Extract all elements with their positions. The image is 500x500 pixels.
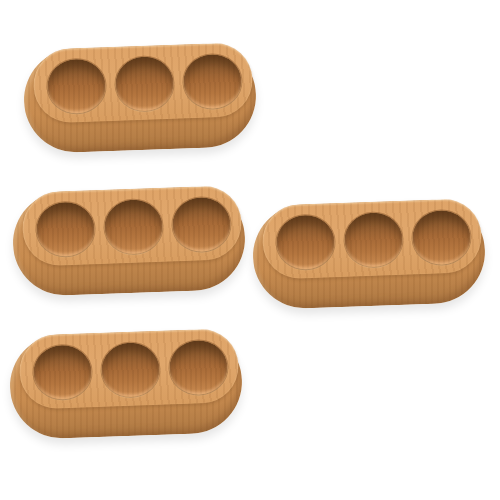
pit-1-1 xyxy=(47,58,107,114)
board-3 xyxy=(251,198,486,310)
board-top-face xyxy=(18,328,239,410)
pit-2-1 xyxy=(36,201,96,257)
pit-3-1 xyxy=(276,214,336,270)
product-photo-scene xyxy=(0,0,500,500)
pit-1-3 xyxy=(183,53,243,109)
pit-row-3 xyxy=(276,209,472,270)
pit-4-1 xyxy=(33,344,93,400)
pit-row-4 xyxy=(33,339,229,400)
board-1 xyxy=(22,42,257,154)
pit-3-3 xyxy=(412,209,472,265)
pit-4-2 xyxy=(101,342,161,398)
pit-3-2 xyxy=(344,212,404,268)
board-4 xyxy=(8,328,243,440)
pit-row-1 xyxy=(47,53,243,114)
pit-1-2 xyxy=(115,56,175,112)
board-2 xyxy=(11,185,246,297)
board-top-face xyxy=(32,42,253,124)
board-top-face xyxy=(21,185,242,267)
pit-4-3 xyxy=(169,339,229,395)
board-top-face xyxy=(261,198,482,280)
pit-row-2 xyxy=(36,196,232,257)
pit-2-2 xyxy=(104,199,164,255)
pit-2-3 xyxy=(172,196,232,252)
